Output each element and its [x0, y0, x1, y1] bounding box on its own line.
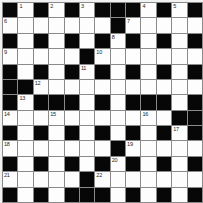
white-cell-r1c11[interactable]	[172, 18, 186, 32]
black-cell-r6c8	[126, 95, 140, 109]
white-cell-r3c1[interactable]	[18, 49, 32, 63]
white-cell-r3c4[interactable]	[65, 49, 79, 63]
white-cell-r5c6[interactable]	[95, 80, 109, 94]
black-cell-r0c2	[34, 3, 48, 17]
clue-number-22: 22	[96, 172, 102, 178]
black-cell-r4c6	[95, 65, 109, 79]
white-cell-r3c9[interactable]	[141, 49, 155, 63]
white-cell-r10c1[interactable]	[18, 157, 32, 171]
white-cell-r7c7[interactable]	[111, 111, 125, 125]
black-cell-r4c2	[34, 65, 48, 79]
white-cell-r6c7[interactable]	[111, 95, 125, 109]
white-cell-r8c9[interactable]	[141, 126, 155, 140]
white-cell-r3c2[interactable]	[34, 49, 48, 63]
clue-number-9: 9	[4, 49, 7, 55]
white-cell-r4c9[interactable]	[141, 65, 155, 79]
white-cell-r8c11[interactable]: 17	[172, 126, 186, 140]
white-cell-r10c11[interactable]	[172, 157, 186, 171]
black-cell-r6c10	[157, 95, 171, 109]
white-cell-r9c3[interactable]	[49, 141, 63, 155]
black-cell-r10c6	[95, 157, 109, 171]
black-cell-r6c4	[65, 95, 79, 109]
clue-number-13: 13	[19, 95, 25, 101]
white-cell-r9c2[interactable]	[34, 141, 48, 155]
white-cell-r4c1[interactable]	[18, 65, 32, 79]
white-cell-r8c5[interactable]	[80, 126, 94, 140]
black-cell-r6c2	[34, 95, 48, 109]
white-cell-r3c0[interactable]: 9	[3, 49, 17, 63]
black-cell-r10c12	[188, 157, 202, 171]
black-cell-r8c4	[65, 126, 79, 140]
black-cell-r10c4	[65, 157, 79, 171]
black-cell-r12c0	[3, 188, 17, 202]
black-cell-r10c2	[34, 157, 48, 171]
white-cell-r1c0[interactable]: 6	[3, 18, 17, 32]
white-cell-r11c11[interactable]	[172, 172, 186, 186]
white-cell-r1c10[interactable]	[157, 18, 171, 32]
white-cell-r1c1[interactable]	[18, 18, 32, 32]
clue-number-14: 14	[4, 111, 10, 117]
white-cell-r1c3[interactable]	[49, 18, 63, 32]
white-cell-r11c12[interactable]	[188, 172, 202, 186]
black-cell-r12c12	[188, 188, 202, 202]
white-cell-r4c11[interactable]	[172, 65, 186, 79]
white-cell-r10c9[interactable]	[141, 157, 155, 171]
white-cell-r5c3[interactable]	[49, 80, 63, 94]
white-cell-r5c11[interactable]	[172, 80, 186, 94]
white-cell-r6c11[interactable]	[172, 95, 186, 109]
black-cell-r3c5	[80, 49, 94, 63]
black-cell-r8c12	[188, 126, 202, 140]
white-cell-r2c7[interactable]: 8	[111, 34, 125, 48]
white-cell-r7c2[interactable]	[34, 111, 48, 125]
clue-number-10: 10	[96, 49, 102, 55]
white-cell-r2c9[interactable]	[141, 34, 155, 48]
white-cell-r12c1[interactable]	[18, 188, 32, 202]
black-cell-r9c7	[111, 141, 125, 155]
white-cell-r11c2[interactable]	[34, 172, 48, 186]
white-cell-r1c4[interactable]	[65, 18, 79, 32]
black-cell-r8c2	[34, 126, 48, 140]
white-cell-r4c7[interactable]	[111, 65, 125, 79]
white-cell-r10c3[interactable]	[49, 157, 63, 171]
black-cell-r2c4	[65, 34, 79, 48]
black-cell-r12c8	[126, 188, 140, 202]
white-cell-r9c12[interactable]	[188, 141, 202, 155]
white-cell-r11c0[interactable]: 21	[3, 172, 17, 186]
white-cell-r9c11[interactable]	[172, 141, 186, 155]
clue-number-6: 6	[4, 18, 7, 24]
black-cell-r6c12	[188, 95, 202, 109]
white-cell-r1c2[interactable]	[34, 18, 48, 32]
white-cell-r11c6[interactable]: 22	[95, 172, 109, 186]
white-cell-r8c7[interactable]	[111, 126, 125, 140]
clue-number-18: 18	[4, 141, 10, 147]
white-cell-r11c7[interactable]	[111, 172, 125, 186]
white-cell-r2c3[interactable]	[49, 34, 63, 48]
white-cell-r12c9[interactable]	[141, 188, 155, 202]
black-cell-r8c10	[157, 126, 171, 140]
black-cell-r2c0	[3, 34, 17, 48]
black-cell-r2c2	[34, 34, 48, 48]
white-cell-r1c9[interactable]	[141, 18, 155, 32]
white-cell-r3c6[interactable]: 10	[95, 49, 109, 63]
white-cell-r7c9[interactable]: 16	[141, 111, 155, 125]
white-cell-r12c7[interactable]	[111, 188, 125, 202]
white-cell-r5c8[interactable]	[126, 80, 140, 94]
black-cell-r0c8	[126, 3, 140, 17]
white-cell-r3c3[interactable]	[49, 49, 63, 63]
white-cell-r9c6[interactable]	[95, 141, 109, 155]
clue-number-3: 3	[81, 3, 84, 9]
black-cell-r11c5	[80, 172, 94, 186]
crossword-screen: 12345678910111213141516171819202122	[0, 0, 203, 203]
white-cell-r7c10[interactable]	[157, 111, 171, 125]
white-cell-r11c8[interactable]	[126, 172, 140, 186]
black-cell-r2c10	[157, 34, 171, 48]
white-cell-r0c5[interactable]: 3	[80, 3, 94, 17]
white-cell-r6c5[interactable]	[80, 95, 94, 109]
white-cell-r9c9[interactable]	[141, 141, 155, 155]
black-cell-r5c1	[18, 80, 32, 94]
clue-number-15: 15	[50, 111, 56, 117]
black-cell-r4c8	[126, 65, 140, 79]
white-cell-r10c7[interactable]: 20	[111, 157, 125, 171]
white-cell-r7c8[interactable]	[126, 111, 140, 125]
white-cell-r9c5[interactable]	[80, 141, 94, 155]
black-cell-r6c6	[95, 95, 109, 109]
white-cell-r3c7[interactable]	[111, 49, 125, 63]
white-cell-r11c9[interactable]	[141, 172, 155, 186]
black-cell-r7c12	[188, 111, 202, 125]
black-cell-r0c6	[95, 3, 109, 17]
black-cell-r0c7	[111, 3, 125, 17]
white-cell-r2c11[interactable]	[172, 34, 186, 48]
black-cell-r4c0	[3, 65, 17, 79]
black-cell-r1c7	[111, 18, 125, 32]
white-cell-r5c5[interactable]	[80, 80, 94, 94]
white-cell-r12c11[interactable]	[172, 188, 186, 202]
white-cell-r5c2[interactable]: 12	[34, 80, 48, 94]
black-cell-r6c3	[49, 95, 63, 109]
clue-number-7: 7	[127, 18, 130, 24]
white-cell-r2c5[interactable]	[80, 34, 94, 48]
white-cell-r11c1[interactable]	[18, 172, 32, 186]
black-cell-r6c9	[141, 95, 155, 109]
clue-number-12: 12	[35, 80, 41, 86]
white-cell-r7c6[interactable]	[95, 111, 109, 125]
white-cell-r9c0[interactable]: 18	[3, 141, 17, 155]
black-cell-r2c6	[95, 34, 109, 48]
white-cell-r12c3[interactable]	[49, 188, 63, 202]
white-cell-r1c12[interactable]	[188, 18, 202, 32]
clue-number-8: 8	[112, 34, 115, 40]
black-cell-r12c6	[95, 188, 109, 202]
black-cell-r12c4	[65, 188, 79, 202]
black-cell-r10c10	[157, 157, 171, 171]
black-cell-r0c12	[188, 3, 202, 17]
white-cell-r8c1[interactable]	[18, 126, 32, 140]
crossword-grid: 12345678910111213141516171819202122	[2, 2, 203, 203]
black-cell-r2c12	[188, 34, 202, 48]
black-cell-r6c0	[3, 95, 17, 109]
black-cell-r8c8	[126, 126, 140, 140]
white-cell-r7c4[interactable]	[65, 111, 79, 125]
white-cell-r5c12[interactable]	[188, 80, 202, 94]
black-cell-r4c4	[65, 65, 79, 79]
clue-number-5: 5	[173, 3, 176, 9]
black-cell-r8c0	[3, 126, 17, 140]
white-cell-r0c1[interactable]: 1	[18, 3, 32, 17]
black-cell-r0c0	[3, 3, 17, 17]
white-cell-r9c10[interactable]	[157, 141, 171, 155]
black-cell-r5c0	[3, 80, 17, 94]
white-cell-r2c1[interactable]	[18, 34, 32, 48]
black-cell-r12c5	[80, 188, 94, 202]
clue-number-2: 2	[50, 3, 53, 9]
white-cell-r1c8[interactable]: 7	[126, 18, 140, 32]
black-cell-r2c8	[126, 34, 140, 48]
black-cell-r12c2	[34, 188, 48, 202]
white-cell-r1c5[interactable]	[80, 18, 94, 32]
white-cell-r11c3[interactable]	[49, 172, 63, 186]
white-cell-r3c11[interactable]	[172, 49, 186, 63]
black-cell-r12c10	[157, 188, 171, 202]
clue-number-11: 11	[81, 65, 86, 71]
white-cell-r7c0[interactable]: 14	[3, 111, 17, 125]
black-cell-r0c10	[157, 3, 171, 17]
white-cell-r3c10[interactable]	[157, 49, 171, 63]
white-cell-r3c8[interactable]	[126, 49, 140, 63]
white-cell-r7c1[interactable]	[18, 111, 32, 125]
white-cell-r11c4[interactable]	[65, 172, 79, 186]
white-cell-r1c6[interactable]	[95, 18, 109, 32]
white-cell-r3c12[interactable]	[188, 49, 202, 63]
black-cell-r10c0	[3, 157, 17, 171]
clue-number-1: 1	[19, 3, 22, 9]
white-cell-r7c3[interactable]: 15	[49, 111, 63, 125]
white-cell-r4c3[interactable]	[49, 65, 63, 79]
black-cell-r7c11	[172, 111, 186, 125]
white-cell-r5c4[interactable]	[65, 80, 79, 94]
black-cell-r10c8	[126, 157, 140, 171]
white-cell-r9c4[interactable]	[65, 141, 79, 155]
clue-number-16: 16	[142, 111, 148, 117]
white-cell-r8c3[interactable]	[49, 126, 63, 140]
clue-number-19: 19	[127, 141, 133, 147]
white-cell-r10c5[interactable]	[80, 157, 94, 171]
white-cell-r0c9[interactable]: 4	[141, 3, 155, 17]
white-cell-r11c10[interactable]	[157, 172, 171, 186]
white-cell-r5c7[interactable]	[111, 80, 125, 94]
clue-number-21: 21	[4, 172, 10, 178]
clue-number-4: 4	[142, 3, 145, 9]
black-cell-r4c12	[188, 65, 202, 79]
white-cell-r6c1[interactable]: 13	[18, 95, 32, 109]
white-cell-r4c5[interactable]: 11	[80, 65, 94, 79]
white-cell-r0c11[interactable]: 5	[172, 3, 186, 17]
clue-number-17: 17	[173, 126, 179, 132]
white-cell-r5c10[interactable]	[157, 80, 171, 94]
white-cell-r0c3[interactable]: 2	[49, 3, 63, 17]
white-cell-r9c8[interactable]: 19	[126, 141, 140, 155]
white-cell-r9c1[interactable]	[18, 141, 32, 155]
white-cell-r7c5[interactable]	[80, 111, 94, 125]
white-cell-r5c9[interactable]	[141, 80, 155, 94]
black-cell-r0c4	[65, 3, 79, 17]
clue-number-20: 20	[112, 157, 118, 163]
black-cell-r8c6	[95, 126, 109, 140]
black-cell-r4c10	[157, 65, 171, 79]
